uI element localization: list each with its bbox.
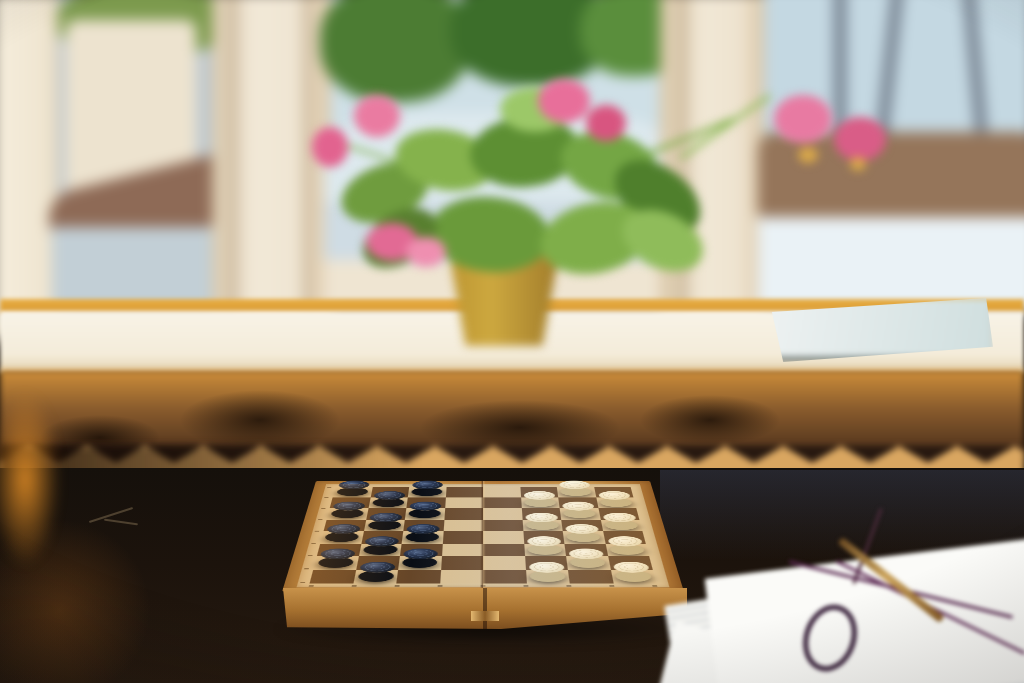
board-square[interactable] <box>327 508 368 519</box>
checker-piece-light[interactable] <box>569 549 605 560</box>
board-square[interactable] <box>568 570 613 584</box>
checker-piece-dark[interactable] <box>373 491 405 500</box>
board-square[interactable] <box>440 570 483 584</box>
board-square[interactable] <box>358 544 401 557</box>
checker-piece-light[interactable] <box>607 536 643 546</box>
board-square[interactable] <box>610 570 656 584</box>
board-square[interactable] <box>522 520 563 532</box>
board-square[interactable] <box>445 487 483 497</box>
board-square[interactable] <box>444 508 483 519</box>
board-square[interactable] <box>320 531 363 543</box>
board-square[interactable] <box>368 497 408 508</box>
checker-piece-light[interactable] <box>612 562 649 573</box>
flower-cluster <box>312 127 348 167</box>
checker-piece-dark[interactable] <box>332 502 366 511</box>
checker-piece-light[interactable] <box>562 502 595 511</box>
checker-piece-dark[interactable] <box>364 536 399 546</box>
board-square[interactable] <box>443 520 483 532</box>
board-square[interactable] <box>566 556 610 569</box>
board-square[interactable] <box>313 556 358 569</box>
checker-piece-dark[interactable] <box>409 502 441 511</box>
flower-cluster <box>774 95 832 143</box>
checker-piece-light[interactable] <box>565 524 599 534</box>
snow-blur <box>52 227 232 307</box>
board-square[interactable] <box>483 497 521 508</box>
board-square[interactable] <box>557 487 596 497</box>
board-square[interactable] <box>483 487 521 497</box>
board-square[interactable] <box>405 508 445 519</box>
board-square[interactable] <box>483 508 522 519</box>
board-square[interactable] <box>483 556 525 569</box>
board-square[interactable] <box>483 570 526 584</box>
board-square[interactable] <box>560 508 601 519</box>
board-square[interactable] <box>525 570 569 584</box>
board-square[interactable] <box>445 497 483 508</box>
board-square[interactable] <box>524 544 566 557</box>
board-square[interactable] <box>442 531 483 543</box>
wall-smudge <box>640 395 780 445</box>
flower-cluster <box>586 105 626 141</box>
board-square[interactable] <box>398 556 441 569</box>
board-square[interactable] <box>310 570 356 584</box>
checker-piece-light[interactable] <box>602 513 636 522</box>
photo-scene <box>0 0 1024 683</box>
board-square[interactable] <box>363 520 404 532</box>
wall-smudge <box>180 390 340 450</box>
board-frame <box>282 481 684 592</box>
board-square[interactable] <box>396 570 440 584</box>
window-pane-left <box>58 0 220 322</box>
board-square[interactable] <box>353 570 398 584</box>
checker-piece-dark[interactable] <box>326 524 361 534</box>
board-square[interactable] <box>605 544 649 557</box>
board-square[interactable] <box>483 520 523 532</box>
flower-bud <box>798 147 818 163</box>
checker-piece-light[interactable] <box>527 536 561 546</box>
checker-piece-light[interactable] <box>523 491 555 500</box>
checker-piece-light[interactable] <box>598 491 631 500</box>
board-hinge-seam <box>481 481 486 592</box>
checker-piece-dark[interactable] <box>412 481 443 489</box>
board-dovetail-joint <box>471 611 499 621</box>
board-front-seam <box>483 588 487 629</box>
flower-bud <box>850 157 866 171</box>
board-square[interactable] <box>441 544 483 557</box>
board-square[interactable] <box>600 520 642 532</box>
board-square[interactable] <box>408 487 446 497</box>
checker-piece-dark[interactable] <box>359 562 396 573</box>
flower-cluster <box>354 95 400 137</box>
board-square[interactable] <box>521 497 560 508</box>
frame-shadow-line <box>230 0 236 332</box>
board-square[interactable] <box>333 487 373 497</box>
flower-cluster <box>538 79 590 123</box>
board-square[interactable] <box>441 556 483 569</box>
flower-cluster <box>406 237 446 267</box>
checker-piece-light[interactable] <box>525 513 558 522</box>
board-square[interactable] <box>596 497 637 508</box>
checker-piece-dark[interactable] <box>403 549 438 560</box>
checker-piece-dark[interactable] <box>369 513 403 522</box>
checker-piece-light[interactable] <box>559 481 591 489</box>
checker-piece-light[interactable] <box>529 562 565 573</box>
paper-stack <box>676 536 1024 683</box>
stem <box>679 94 771 160</box>
checker-piece-dark[interactable] <box>338 481 370 489</box>
board-square[interactable] <box>483 544 525 557</box>
board-square[interactable] <box>563 531 605 543</box>
flower-cluster <box>834 117 886 161</box>
board-square[interactable] <box>402 531 444 543</box>
board-square[interactable] <box>483 531 524 543</box>
warm-light-glow <box>0 392 60 567</box>
checker-piece-dark[interactable] <box>406 524 440 534</box>
checker-piece-dark[interactable] <box>320 549 357 560</box>
checkers-board <box>282 481 684 592</box>
